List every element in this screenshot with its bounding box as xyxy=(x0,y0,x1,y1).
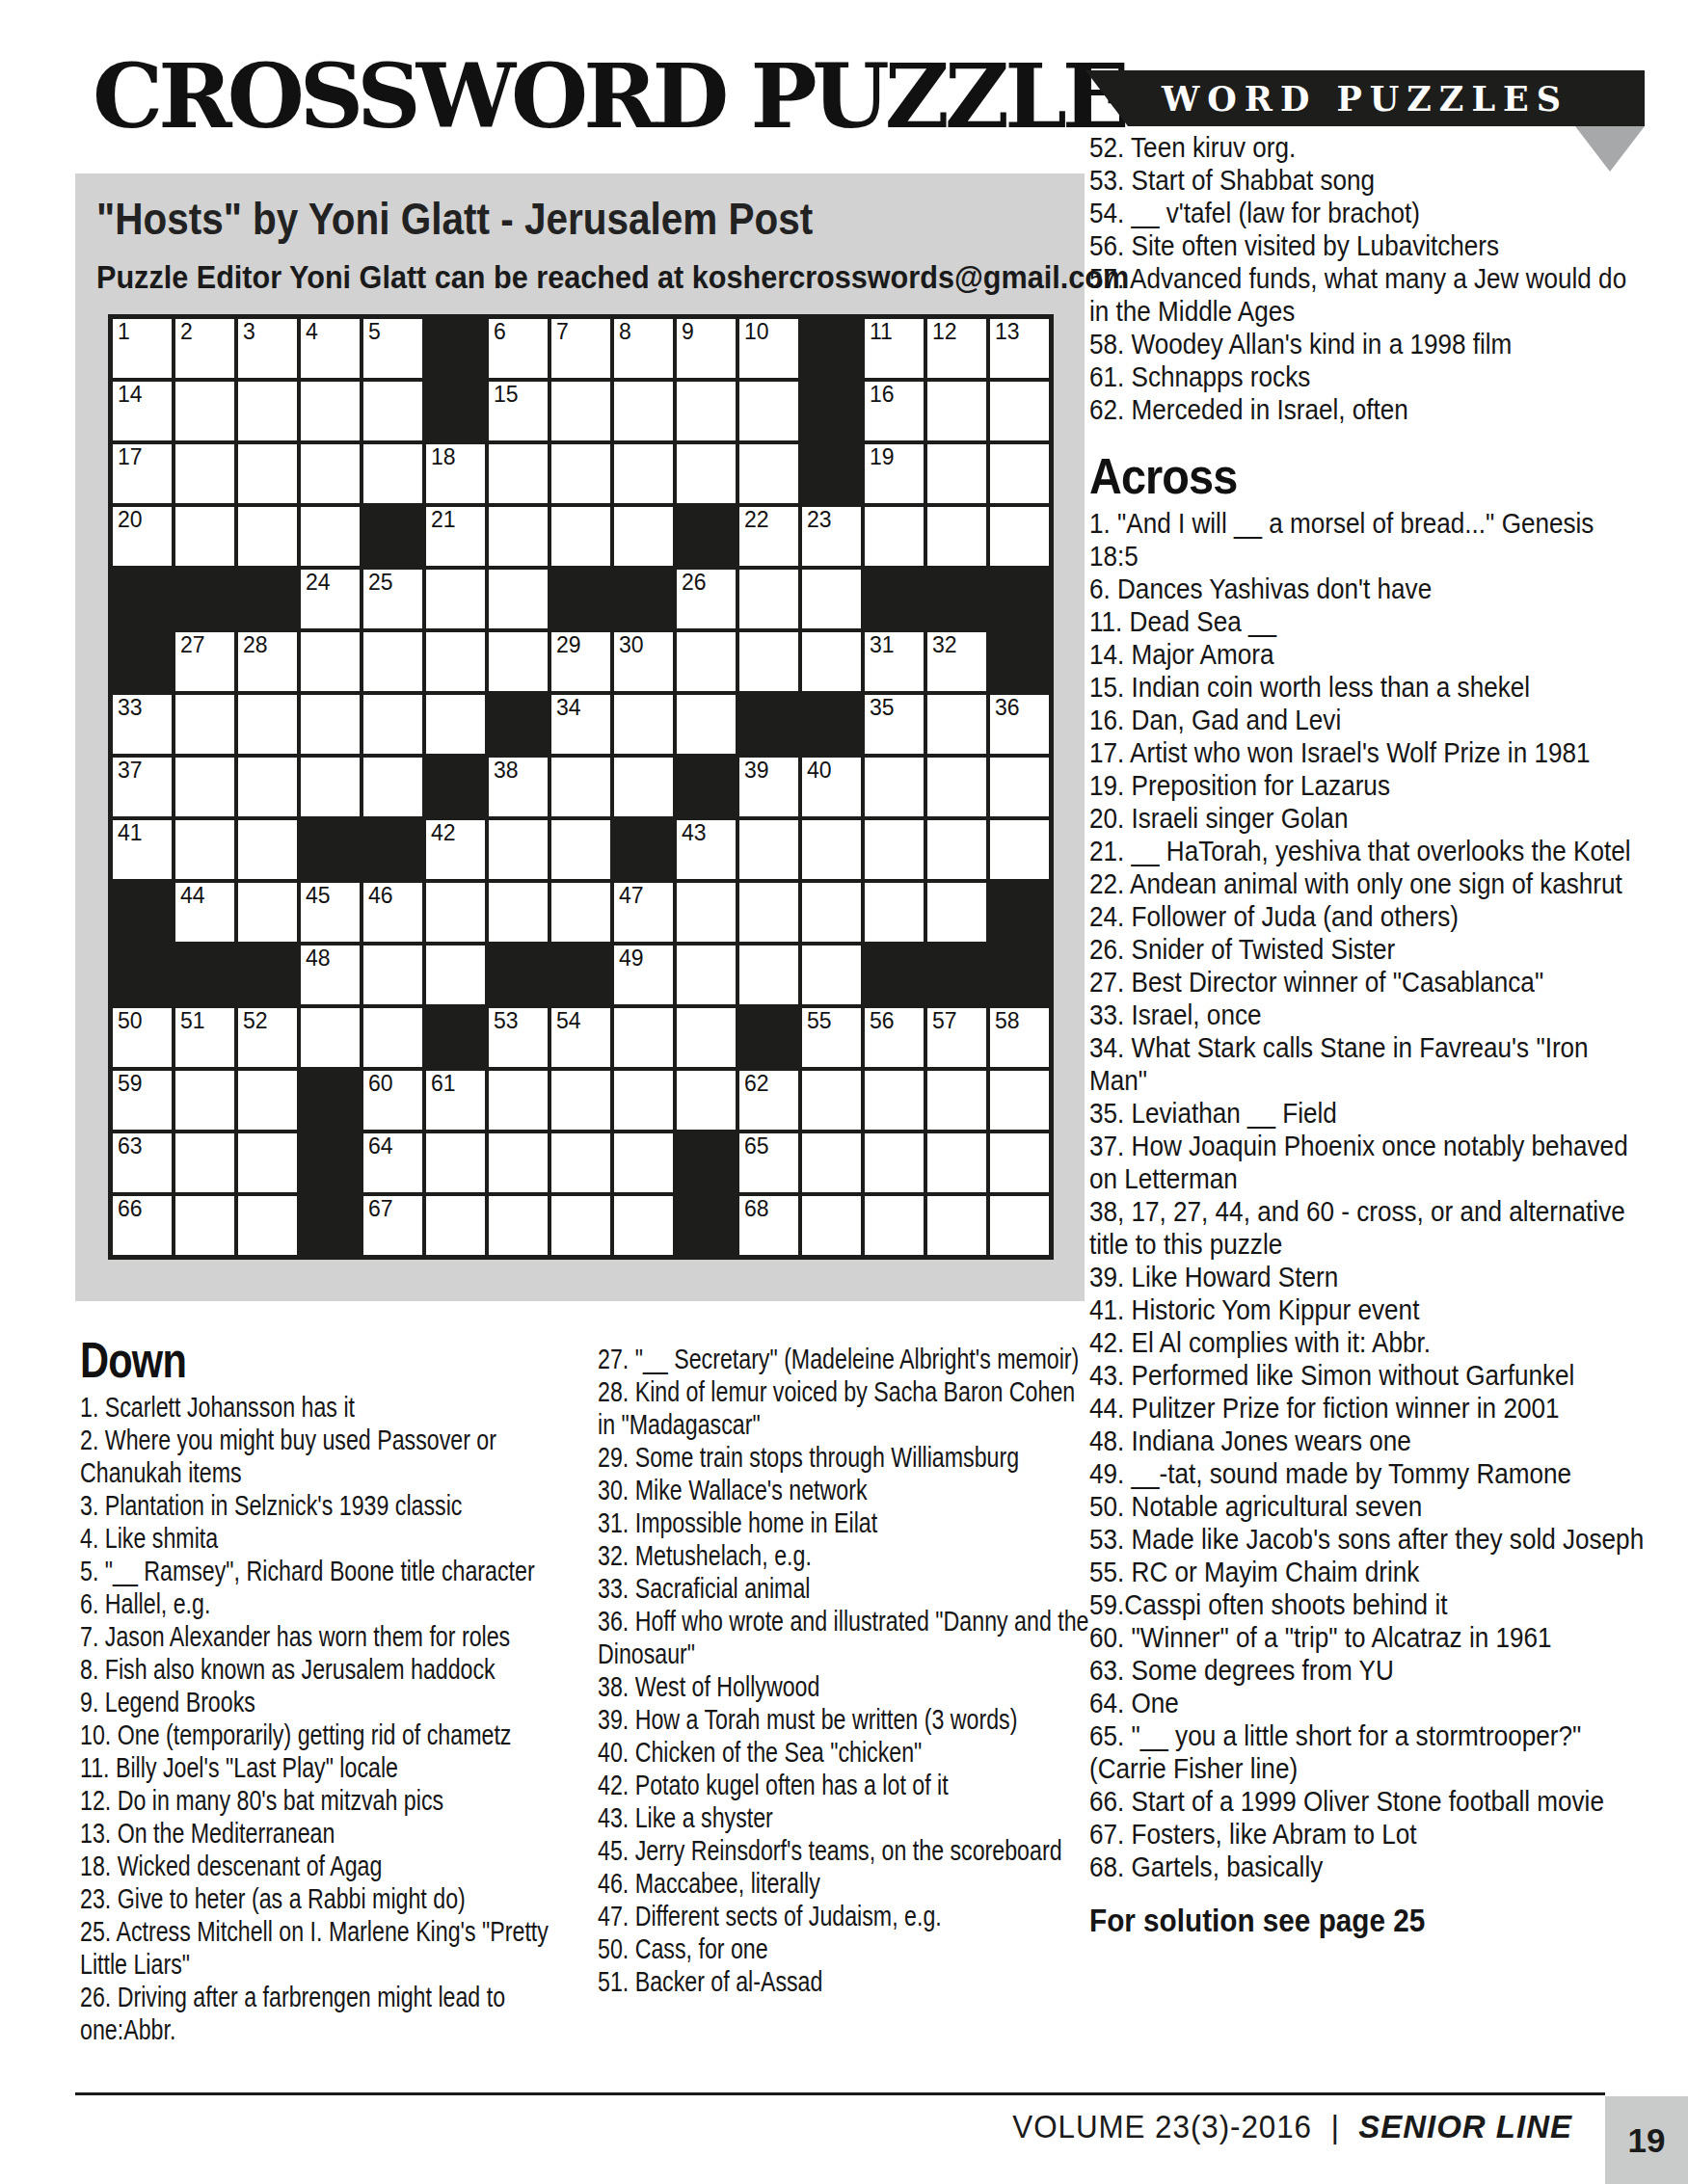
white-cell[interactable]: 42 xyxy=(426,820,485,879)
cell-number: 65 xyxy=(744,1135,769,1158)
white-cell[interactable] xyxy=(865,883,924,942)
white-cell[interactable]: 21 xyxy=(426,507,485,566)
white-cell[interactable] xyxy=(363,946,422,1004)
white-cell[interactable] xyxy=(865,507,924,566)
black-cell xyxy=(551,946,610,1004)
black-cell xyxy=(175,570,234,628)
clue: 37. How Joaquin Phoenix once notably beh… xyxy=(1089,1130,1645,1195)
white-cell[interactable] xyxy=(990,382,1049,440)
section-banner: WORD PUZZLES xyxy=(1085,70,1645,126)
white-cell[interactable] xyxy=(551,1133,610,1192)
black-cell xyxy=(301,1133,360,1192)
white-cell[interactable] xyxy=(551,507,610,566)
cell-number: 19 xyxy=(870,446,895,468)
cell-number: 46 xyxy=(368,885,393,907)
white-cell[interactable]: 38 xyxy=(489,758,548,816)
white-cell[interactable] xyxy=(927,695,986,754)
white-cell[interactable]: 29 xyxy=(551,632,610,691)
black-cell xyxy=(238,946,297,1004)
cell-number: 48 xyxy=(306,947,331,970)
white-cell[interactable] xyxy=(489,570,548,628)
clue: 42. Potato kugel often has a lot of it xyxy=(598,1769,1091,1801)
clue: 26. Snider of Twisted Sister xyxy=(1089,933,1645,966)
clue: 47. Different sects of Judaism, e.g. xyxy=(598,1900,1091,1932)
white-cell[interactable]: 36 xyxy=(990,695,1049,754)
white-cell[interactable] xyxy=(301,507,360,566)
solution-note: For solution see page 25 xyxy=(1089,1904,1645,1937)
white-cell[interactable]: 18 xyxy=(426,444,485,503)
white-cell[interactable] xyxy=(489,507,548,566)
clue: 14. Major Amora xyxy=(1089,638,1645,671)
white-cell[interactable] xyxy=(301,382,360,440)
white-cell[interactable] xyxy=(238,1071,297,1130)
cell-number: 7 xyxy=(556,321,569,343)
white-cell[interactable] xyxy=(489,632,548,691)
white-cell[interactable]: 19 xyxy=(865,444,924,503)
white-cell[interactable]: 41 xyxy=(113,820,172,879)
black-cell xyxy=(551,570,610,628)
clue: 61. Schnapps rocks xyxy=(1089,360,1645,393)
white-cell[interactable] xyxy=(927,758,986,816)
white-cell[interactable] xyxy=(238,758,297,816)
white-cell[interactable]: 1 xyxy=(113,319,172,378)
white-cell[interactable] xyxy=(175,695,234,754)
white-cell[interactable]: 66 xyxy=(113,1196,172,1255)
cell-number: 59 xyxy=(118,1073,143,1095)
white-cell[interactable]: 2 xyxy=(175,319,234,378)
footer-volume: VOLUME 23(3)-2016 xyxy=(1012,2109,1312,2145)
footer: VOLUME 23(3)-2016 | SENIOR LINE xyxy=(997,2109,1572,2145)
white-cell[interactable]: 49 xyxy=(614,946,673,1004)
white-cell[interactable]: 40 xyxy=(802,758,861,816)
white-cell[interactable]: 11 xyxy=(865,319,924,378)
cell-number: 63 xyxy=(118,1135,143,1158)
white-cell[interactable] xyxy=(551,382,610,440)
white-cell[interactable] xyxy=(489,1133,548,1192)
white-cell[interactable] xyxy=(238,1196,297,1255)
white-cell[interactable]: 61 xyxy=(426,1071,485,1130)
white-cell[interactable]: 14 xyxy=(113,382,172,440)
footer-separator: | xyxy=(1331,2109,1340,2145)
white-cell[interactable] xyxy=(927,1133,986,1192)
black-cell xyxy=(113,570,172,628)
white-cell[interactable] xyxy=(238,382,297,440)
cell-number: 28 xyxy=(243,634,268,656)
white-cell[interactable] xyxy=(802,632,861,691)
across-clues-list: 1. "And I will __ a morsel of bread..." … xyxy=(1089,507,1645,1883)
clue: 53. Made like Jacob's sons after they so… xyxy=(1089,1523,1645,1556)
cell-number: 20 xyxy=(118,509,143,531)
cell-number: 14 xyxy=(118,384,143,406)
clue: 64. One xyxy=(1089,1687,1645,1719)
white-cell[interactable] xyxy=(927,1071,986,1130)
white-cell[interactable] xyxy=(739,946,798,1004)
white-cell[interactable] xyxy=(677,883,736,942)
black-cell xyxy=(739,695,798,754)
clue: 15. Indian coin worth less than a shekel xyxy=(1089,671,1645,704)
white-cell[interactable]: 27 xyxy=(175,632,234,691)
white-cell[interactable] xyxy=(426,570,485,628)
cell-number: 67 xyxy=(368,1198,393,1220)
white-cell[interactable] xyxy=(175,1133,234,1192)
white-cell[interactable]: 8 xyxy=(614,319,673,378)
cell-number: 60 xyxy=(368,1073,393,1095)
white-cell[interactable] xyxy=(175,444,234,503)
white-cell[interactable] xyxy=(927,507,986,566)
white-cell[interactable] xyxy=(990,1196,1049,1255)
white-cell[interactable] xyxy=(614,1008,673,1067)
down-clues-left-list: 1. Scarlett Johansson has it2. Where you… xyxy=(80,1391,574,2046)
clue: 43. Like a shyster xyxy=(598,1801,1091,1834)
page: CROSSWORD PUZZLE WORD PUZZLES "Hosts" by… xyxy=(0,0,1688,2184)
white-cell[interactable]: 52 xyxy=(238,1008,297,1067)
white-cell[interactable] xyxy=(363,1008,422,1067)
crossword-grid: 1234567891011121314151617181920212223242… xyxy=(108,314,1054,1260)
white-cell[interactable]: 63 xyxy=(113,1133,172,1192)
white-cell[interactable] xyxy=(677,632,736,691)
clue: 35. Leviathan __ Field xyxy=(1089,1097,1645,1130)
white-cell[interactable]: 30 xyxy=(614,632,673,691)
puzzle-panel: "Hosts" by Yoni Glatt - Jerusalem Post P… xyxy=(75,173,1085,1301)
clue: 39. Like Howard Stern xyxy=(1089,1261,1645,1293)
black-cell xyxy=(677,1133,736,1192)
cell-number: 64 xyxy=(368,1135,393,1158)
white-cell[interactable] xyxy=(990,1133,1049,1192)
cell-number: 17 xyxy=(118,446,143,468)
white-cell[interactable] xyxy=(426,695,485,754)
clue: 52. Teen kiruv org. xyxy=(1089,131,1645,164)
clue: 58. Woodey Allan's kind in a 1998 film xyxy=(1089,328,1645,360)
black-cell xyxy=(363,507,422,566)
white-cell[interactable] xyxy=(802,883,861,942)
white-cell[interactable] xyxy=(426,1196,485,1255)
black-cell xyxy=(802,695,861,754)
cell-number: 51 xyxy=(180,1010,205,1032)
white-cell[interactable] xyxy=(363,758,422,816)
black-cell xyxy=(739,1008,798,1067)
white-cell[interactable] xyxy=(865,758,924,816)
clue: 7. Jason Alexander has worn them for rol… xyxy=(80,1620,574,1653)
white-cell[interactable]: 12 xyxy=(927,319,986,378)
white-cell[interactable] xyxy=(739,444,798,503)
white-cell[interactable] xyxy=(990,758,1049,816)
white-cell[interactable]: 17 xyxy=(113,444,172,503)
white-cell[interactable] xyxy=(551,758,610,816)
white-cell[interactable]: 5 xyxy=(363,319,422,378)
cell-number: 13 xyxy=(995,321,1020,343)
white-cell[interactable] xyxy=(614,382,673,440)
white-cell[interactable] xyxy=(739,632,798,691)
white-cell[interactable]: 56 xyxy=(865,1008,924,1067)
white-cell[interactable] xyxy=(865,1196,924,1255)
black-cell xyxy=(990,570,1049,628)
white-cell[interactable]: 64 xyxy=(363,1133,422,1192)
clue: 4. Like shmita xyxy=(80,1522,574,1555)
white-cell[interactable]: 48 xyxy=(301,946,360,1004)
white-cell[interactable] xyxy=(551,1071,610,1130)
right-clues-column: 52. Teen kiruv org.53. Start of Shabbat … xyxy=(1089,131,1645,1937)
white-cell[interactable]: 53 xyxy=(489,1008,548,1067)
clue: 24. Follower of Juda (and others) xyxy=(1089,900,1645,933)
white-cell[interactable] xyxy=(426,946,485,1004)
clue: 63. Some degrees from YU xyxy=(1089,1654,1645,1687)
white-cell[interactable] xyxy=(614,758,673,816)
white-cell[interactable] xyxy=(677,695,736,754)
cell-number: 8 xyxy=(619,321,631,343)
clue: 54. __ v'tafel (law for brachot) xyxy=(1089,197,1645,229)
white-cell[interactable] xyxy=(990,1071,1049,1130)
white-cell[interactable] xyxy=(301,632,360,691)
white-cell[interactable]: 4 xyxy=(301,319,360,378)
white-cell[interactable] xyxy=(551,444,610,503)
white-cell[interactable] xyxy=(614,695,673,754)
white-cell[interactable] xyxy=(426,1133,485,1192)
white-cell[interactable]: 59 xyxy=(113,1071,172,1130)
white-cell[interactable] xyxy=(802,820,861,879)
white-cell[interactable] xyxy=(927,883,986,942)
white-cell[interactable]: 45 xyxy=(301,883,360,942)
black-cell xyxy=(301,1196,360,1255)
puzzle-editor-line: Puzzle Editor Yoni Glatt can be reached … xyxy=(96,258,1129,296)
clue: 3. Plantation in Selznick's 1939 classic xyxy=(80,1489,574,1522)
white-cell[interactable] xyxy=(739,820,798,879)
clue: 29. Some train stops through Williamsbur… xyxy=(598,1441,1091,1474)
white-cell[interactable]: 44 xyxy=(175,883,234,942)
clue: 62. Merceded in Israel, often xyxy=(1089,393,1645,426)
black-cell xyxy=(113,632,172,691)
white-cell[interactable] xyxy=(802,946,861,1004)
white-cell[interactable]: 32 xyxy=(927,632,986,691)
white-cell[interactable] xyxy=(238,820,297,879)
white-cell[interactable] xyxy=(677,382,736,440)
white-cell[interactable]: 35 xyxy=(865,695,924,754)
clue: 50. Notable agricultural seven xyxy=(1089,1490,1645,1523)
cell-number: 52 xyxy=(243,1010,268,1032)
white-cell[interactable] xyxy=(865,820,924,879)
white-cell[interactable] xyxy=(238,507,297,566)
white-cell[interactable]: 50 xyxy=(113,1008,172,1067)
clue: 32. Metushelach, e.g. xyxy=(598,1539,1091,1572)
clue: 17. Artist who won Israel's Wolf Prize i… xyxy=(1089,736,1645,769)
white-cell[interactable]: 67 xyxy=(363,1196,422,1255)
cell-number: 62 xyxy=(744,1073,769,1095)
white-cell[interactable] xyxy=(301,758,360,816)
white-cell[interactable]: 51 xyxy=(175,1008,234,1067)
cell-number: 9 xyxy=(682,321,694,343)
black-cell xyxy=(865,570,924,628)
down-header: Down xyxy=(80,1333,574,1387)
white-cell[interactable] xyxy=(175,1071,234,1130)
cell-number: 27 xyxy=(180,634,205,656)
white-cell[interactable]: 3 xyxy=(238,319,297,378)
white-cell[interactable] xyxy=(238,695,297,754)
white-cell[interactable] xyxy=(865,1071,924,1130)
white-cell[interactable] xyxy=(363,695,422,754)
white-cell[interactable] xyxy=(489,883,548,942)
clue: 5. "__ Ramsey", Richard Boone title char… xyxy=(80,1555,574,1587)
white-cell[interactable] xyxy=(927,444,986,503)
black-cell xyxy=(113,883,172,942)
page-number-badge: 19 xyxy=(1605,2096,1688,2184)
white-cell[interactable] xyxy=(363,444,422,503)
white-cell[interactable] xyxy=(175,820,234,879)
white-cell[interactable]: 65 xyxy=(739,1133,798,1192)
white-cell[interactable] xyxy=(802,1071,861,1130)
cell-number: 11 xyxy=(870,321,893,343)
black-cell xyxy=(802,382,861,440)
white-cell[interactable] xyxy=(551,820,610,879)
white-cell[interactable] xyxy=(551,1196,610,1255)
white-cell[interactable] xyxy=(739,382,798,440)
clue: 28. Kind of lemur voiced by Sacha Baron … xyxy=(598,1375,1091,1441)
clue: 48. Indiana Jones wears one xyxy=(1089,1425,1645,1457)
black-cell xyxy=(677,758,736,816)
white-cell[interactable] xyxy=(175,507,234,566)
cell-number: 35 xyxy=(870,697,895,719)
white-cell[interactable] xyxy=(927,1196,986,1255)
white-cell[interactable] xyxy=(614,1196,673,1255)
white-cell[interactable] xyxy=(614,1071,673,1130)
white-cell[interactable] xyxy=(614,444,673,503)
black-cell xyxy=(677,507,736,566)
black-cell xyxy=(990,946,1049,1004)
white-cell[interactable] xyxy=(238,883,297,942)
white-cell[interactable]: 6 xyxy=(489,319,548,378)
cell-number: 37 xyxy=(118,759,143,782)
cell-number: 16 xyxy=(870,384,895,406)
white-cell[interactable] xyxy=(677,1008,736,1067)
clue: 56. Site often visited by Lubavitchers xyxy=(1089,229,1645,262)
white-cell[interactable] xyxy=(614,507,673,566)
white-cell[interactable]: 33 xyxy=(113,695,172,754)
white-cell[interactable] xyxy=(363,632,422,691)
white-cell[interactable] xyxy=(802,1196,861,1255)
white-cell[interactable] xyxy=(677,1071,736,1130)
white-cell[interactable]: 46 xyxy=(363,883,422,942)
cell-number: 26 xyxy=(682,572,707,594)
white-cell[interactable] xyxy=(489,1196,548,1255)
white-cell[interactable]: 54 xyxy=(551,1008,610,1067)
white-cell[interactable]: 47 xyxy=(614,883,673,942)
across-header: Across xyxy=(1089,449,1645,503)
white-cell[interactable] xyxy=(301,444,360,503)
clue: 51. Backer of al-Assad xyxy=(598,1965,1091,1998)
white-cell[interactable]: 10 xyxy=(739,319,798,378)
cell-number: 50 xyxy=(118,1010,143,1032)
cell-number: 58 xyxy=(995,1010,1020,1032)
white-cell[interactable]: 7 xyxy=(551,319,610,378)
white-cell[interactable] xyxy=(927,382,986,440)
clue: 25. Actress Mitchell on I. Marlene King'… xyxy=(80,1915,574,1981)
cell-number: 47 xyxy=(619,885,644,907)
white-cell[interactable]: 15 xyxy=(489,382,548,440)
white-cell[interactable]: 26 xyxy=(677,570,736,628)
white-cell[interactable] xyxy=(363,382,422,440)
white-cell[interactable] xyxy=(426,632,485,691)
white-cell[interactable] xyxy=(175,1196,234,1255)
white-cell[interactable] xyxy=(175,758,234,816)
white-cell[interactable] xyxy=(175,382,234,440)
black-cell xyxy=(426,1008,485,1067)
white-cell[interactable]: 31 xyxy=(865,632,924,691)
white-cell[interactable] xyxy=(739,570,798,628)
cell-number: 33 xyxy=(118,697,143,719)
clue: 16. Dan, Gad and Levi xyxy=(1089,704,1645,736)
white-cell[interactable]: 34 xyxy=(551,695,610,754)
white-cell[interactable]: 37 xyxy=(113,758,172,816)
white-cell[interactable]: 25 xyxy=(363,570,422,628)
clue: 22. Andean animal with only one sign of … xyxy=(1089,867,1645,900)
white-cell[interactable]: 68 xyxy=(739,1196,798,1255)
clue: 55. RC or Mayim Chaim drink xyxy=(1089,1556,1645,1588)
white-cell[interactable]: 22 xyxy=(739,507,798,566)
white-cell[interactable]: 55 xyxy=(802,1008,861,1067)
clue: 57. Advanced funds, what many a Jew woul… xyxy=(1089,262,1645,328)
white-cell[interactable] xyxy=(990,444,1049,503)
white-cell[interactable] xyxy=(739,883,798,942)
white-cell[interactable]: 9 xyxy=(677,319,736,378)
white-cell[interactable]: 39 xyxy=(739,758,798,816)
white-cell[interactable] xyxy=(927,820,986,879)
cell-number: 42 xyxy=(431,822,456,844)
white-cell[interactable]: 20 xyxy=(113,507,172,566)
black-cell xyxy=(238,570,297,628)
white-cell[interactable] xyxy=(551,883,610,942)
white-cell[interactable] xyxy=(677,946,736,1004)
white-cell[interactable]: 58 xyxy=(990,1008,1049,1067)
white-cell[interactable]: 43 xyxy=(677,820,736,879)
white-cell[interactable] xyxy=(489,444,548,503)
white-cell[interactable] xyxy=(614,1133,673,1192)
white-cell[interactable]: 62 xyxy=(739,1071,798,1130)
white-cell[interactable]: 57 xyxy=(927,1008,986,1067)
white-cell[interactable] xyxy=(489,1071,548,1130)
cell-number: 1 xyxy=(118,321,130,343)
clue: 6. Hallel, e.g. xyxy=(80,1587,574,1620)
white-cell[interactable]: 24 xyxy=(301,570,360,628)
cell-number: 36 xyxy=(995,697,1020,719)
white-cell[interactable] xyxy=(238,1133,297,1192)
clue: 12. Do in many 80's bat mitzvah pics xyxy=(80,1784,574,1817)
white-cell[interactable]: 16 xyxy=(865,382,924,440)
clue: 38. West of Hollywood xyxy=(598,1670,1091,1703)
white-cell[interactable]: 23 xyxy=(802,507,861,566)
footer-publication: SENIOR LINE xyxy=(1358,2109,1572,2145)
white-cell[interactable] xyxy=(301,1008,360,1067)
white-cell[interactable] xyxy=(990,507,1049,566)
black-cell xyxy=(990,632,1049,691)
white-cell[interactable] xyxy=(238,444,297,503)
black-cell xyxy=(614,820,673,879)
white-cell[interactable] xyxy=(802,570,861,628)
white-cell[interactable] xyxy=(426,883,485,942)
white-cell[interactable]: 13 xyxy=(990,319,1049,378)
white-cell[interactable] xyxy=(677,444,736,503)
clue: 11. Billy Joel's "Last Play" locale xyxy=(80,1751,574,1784)
white-cell[interactable] xyxy=(990,820,1049,879)
white-cell[interactable]: 28 xyxy=(238,632,297,691)
clue: 26. Driving after a farbrengen might lea… xyxy=(80,1981,574,2046)
white-cell[interactable]: 60 xyxy=(363,1071,422,1130)
clue: 31. Impossible home in Eilat xyxy=(598,1506,1091,1539)
black-cell xyxy=(865,946,924,1004)
white-cell[interactable] xyxy=(489,820,548,879)
black-cell xyxy=(990,883,1049,942)
white-cell[interactable] xyxy=(865,1133,924,1192)
cell-number: 68 xyxy=(744,1198,769,1220)
white-cell[interactable] xyxy=(802,1133,861,1192)
white-cell[interactable] xyxy=(301,695,360,754)
